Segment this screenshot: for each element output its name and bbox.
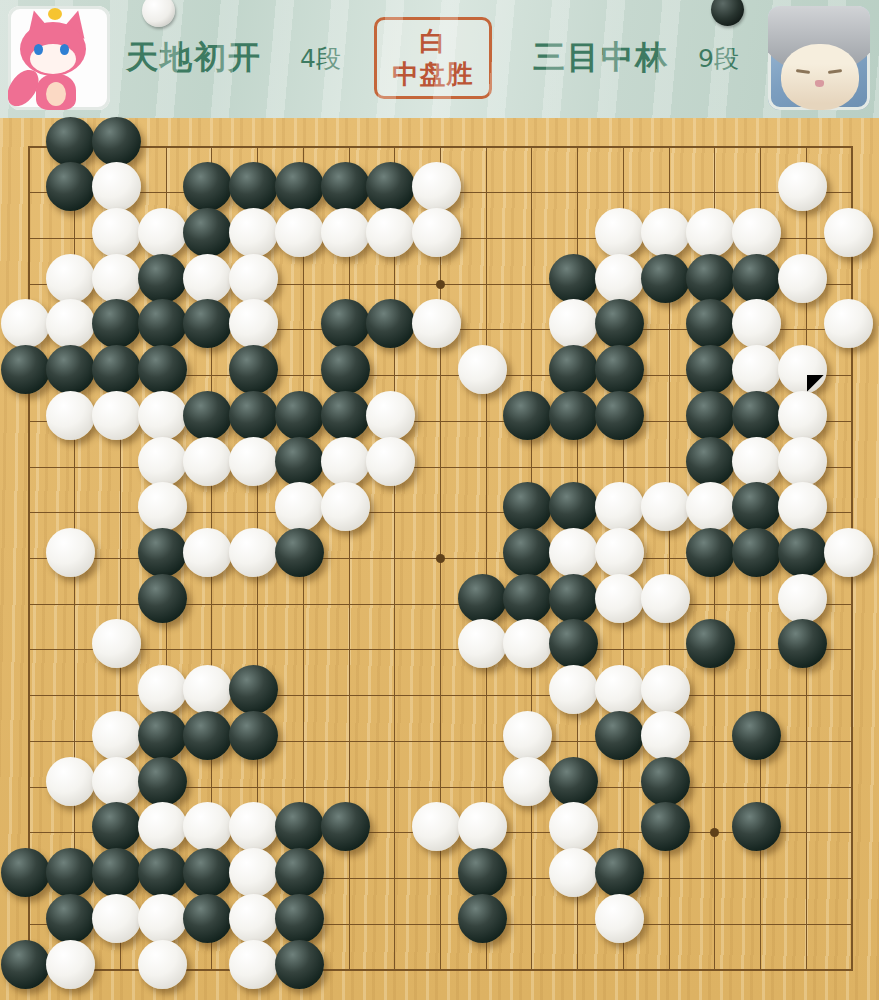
black-stone-icon (711, 0, 744, 26)
result-badge: 白 中盘胜 (374, 17, 492, 99)
white-stone[interactable] (183, 665, 232, 714)
black-stone[interactable] (458, 848, 507, 897)
black-stone[interactable] (732, 802, 781, 851)
black-stone[interactable] (549, 482, 598, 531)
white-stone[interactable] (412, 802, 461, 851)
black-stone[interactable] (732, 482, 781, 531)
white-stone[interactable] (458, 345, 507, 394)
white-stone[interactable] (595, 894, 644, 943)
black-stone[interactable] (549, 757, 598, 806)
black-stone[interactable] (458, 574, 507, 623)
black-stone[interactable] (46, 345, 95, 394)
black-stone[interactable] (138, 574, 187, 623)
left-player-avatar[interactable] (8, 6, 110, 110)
white-stone[interactable] (412, 162, 461, 211)
black-stone[interactable] (503, 391, 552, 440)
white-stone[interactable] (229, 208, 278, 257)
star-point (436, 554, 445, 563)
white-stone[interactable] (138, 482, 187, 531)
white-stone[interactable] (275, 208, 324, 257)
black-stone[interactable] (686, 391, 735, 440)
black-stone[interactable] (46, 894, 95, 943)
white-stone[interactable] (412, 208, 461, 257)
white-stone[interactable] (92, 254, 141, 303)
black-stone[interactable] (138, 757, 187, 806)
black-stone[interactable] (686, 437, 735, 486)
white-stone[interactable] (366, 437, 415, 486)
black-stone[interactable] (229, 665, 278, 714)
black-stone[interactable] (275, 437, 324, 486)
white-stone[interactable] (46, 528, 95, 577)
result-badge-line1: 白 (420, 25, 447, 58)
black-stone[interactable] (138, 848, 187, 897)
black-stone[interactable] (1, 940, 50, 989)
white-stone[interactable] (595, 482, 644, 531)
black-stone[interactable] (503, 528, 552, 577)
right-player-avatar[interactable] (768, 6, 870, 110)
white-stone[interactable] (595, 665, 644, 714)
black-stone[interactable] (183, 391, 232, 440)
black-stone[interactable] (778, 528, 827, 577)
white-stone[interactable] (549, 528, 598, 577)
go-board[interactable] (0, 118, 879, 1000)
black-stone[interactable] (595, 391, 644, 440)
black-stone[interactable] (321, 162, 370, 211)
black-stone[interactable] (183, 711, 232, 760)
black-stone[interactable] (138, 528, 187, 577)
black-stone[interactable] (458, 894, 507, 943)
black-stone[interactable] (138, 345, 187, 394)
white-stone[interactable] (458, 802, 507, 851)
white-stone[interactable] (183, 528, 232, 577)
top-bar: 天地初开 4段 白 中盘胜 三目中林 9段 (0, 0, 879, 118)
right-player-rank: 9段 (698, 42, 739, 75)
black-stone[interactable] (229, 345, 278, 394)
white-stone[interactable] (641, 482, 690, 531)
white-stone[interactable] (229, 528, 278, 577)
white-stone[interactable] (732, 437, 781, 486)
black-stone[interactable] (92, 802, 141, 851)
left-player-rank: 4段 (300, 42, 341, 75)
white-stone[interactable] (778, 482, 827, 531)
black-stone[interactable] (92, 345, 141, 394)
black-stone[interactable] (686, 619, 735, 668)
black-stone[interactable] (321, 299, 370, 348)
white-stone[interactable] (138, 894, 187, 943)
white-stone[interactable] (412, 299, 461, 348)
black-stone[interactable] (595, 711, 644, 760)
white-stone[interactable] (183, 254, 232, 303)
left-player-name: 天地初开 (126, 36, 262, 80)
black-stone[interactable] (46, 162, 95, 211)
white-stone[interactable] (229, 802, 278, 851)
white-stone[interactable] (503, 619, 552, 668)
black-stone[interactable] (46, 848, 95, 897)
white-stone[interactable] (138, 437, 187, 486)
white-stone[interactable] (778, 162, 827, 211)
white-stone[interactable] (503, 757, 552, 806)
black-stone[interactable] (183, 162, 232, 211)
white-stone[interactable] (46, 940, 95, 989)
white-stone[interactable] (46, 757, 95, 806)
white-stone[interactable] (92, 711, 141, 760)
black-stone[interactable] (503, 574, 552, 623)
white-stone[interactable] (229, 848, 278, 897)
white-stone[interactable] (595, 208, 644, 257)
white-stone[interactable] (732, 299, 781, 348)
white-stone[interactable] (138, 391, 187, 440)
white-stone[interactable] (92, 894, 141, 943)
white-stone[interactable] (778, 437, 827, 486)
white-stone[interactable] (778, 254, 827, 303)
black-stone[interactable] (183, 208, 232, 257)
black-stone[interactable] (92, 299, 141, 348)
white-stone[interactable] (641, 208, 690, 257)
black-stone[interactable] (229, 711, 278, 760)
result-badge-line2: 中盘胜 (393, 58, 474, 91)
white-stone[interactable] (549, 802, 598, 851)
white-stone[interactable] (321, 208, 370, 257)
black-stone[interactable] (732, 528, 781, 577)
right-player-name: 三目中林 (533, 36, 669, 80)
black-stone[interactable] (366, 162, 415, 211)
white-stone[interactable] (549, 299, 598, 348)
black-stone[interactable] (366, 299, 415, 348)
white-stone[interactable] (138, 665, 187, 714)
black-stone[interactable] (138, 299, 187, 348)
black-stone[interactable] (641, 757, 690, 806)
white-stone[interactable] (595, 528, 644, 577)
white-stone[interactable] (229, 437, 278, 486)
black-stone[interactable] (183, 299, 232, 348)
black-stone[interactable] (732, 711, 781, 760)
black-stone[interactable] (275, 894, 324, 943)
star-point (436, 280, 445, 289)
black-stone[interactable] (229, 162, 278, 211)
black-stone[interactable] (92, 117, 141, 166)
black-stone[interactable] (549, 391, 598, 440)
black-stone[interactable] (686, 299, 735, 348)
black-stone[interactable] (595, 848, 644, 897)
white-stone[interactable] (732, 208, 781, 257)
white-stone[interactable] (138, 208, 187, 257)
white-stone[interactable] (824, 208, 873, 257)
white-stone[interactable] (229, 299, 278, 348)
white-stone[interactable] (92, 619, 141, 668)
white-stone[interactable] (366, 208, 415, 257)
black-stone[interactable] (549, 254, 598, 303)
black-stone[interactable] (641, 802, 690, 851)
black-stone[interactable] (46, 117, 95, 166)
white-stone[interactable] (732, 345, 781, 394)
white-stone[interactable] (458, 619, 507, 668)
black-stone[interactable] (275, 802, 324, 851)
star-point (710, 828, 719, 837)
white-stone[interactable] (686, 208, 735, 257)
white-stone[interactable] (686, 482, 735, 531)
white-stone[interactable] (1, 299, 50, 348)
white-stone[interactable] (366, 391, 415, 440)
white-stone[interactable] (641, 665, 690, 714)
white-stone[interactable] (321, 482, 370, 531)
black-stone[interactable] (686, 528, 735, 577)
white-stone[interactable] (92, 757, 141, 806)
white-stone[interactable] (824, 299, 873, 348)
black-stone[interactable] (1, 345, 50, 394)
black-stone[interactable] (686, 254, 735, 303)
black-stone[interactable] (321, 391, 370, 440)
white-stone[interactable] (183, 802, 232, 851)
white-stone[interactable] (549, 848, 598, 897)
white-stone[interactable] (46, 254, 95, 303)
white-stone[interactable] (46, 299, 95, 348)
white-stone[interactable] (92, 208, 141, 257)
black-stone[interactable] (595, 345, 644, 394)
black-stone[interactable] (641, 254, 690, 303)
black-stone[interactable] (275, 848, 324, 897)
white-stone[interactable] (641, 711, 690, 760)
white-stone[interactable] (641, 574, 690, 623)
white-stone[interactable] (138, 940, 187, 989)
black-stone[interactable] (275, 162, 324, 211)
white-stone[interactable] (229, 894, 278, 943)
white-stone[interactable] (138, 802, 187, 851)
black-stone[interactable] (549, 345, 598, 394)
white-stone[interactable] (275, 482, 324, 531)
black-stone[interactable] (503, 482, 552, 531)
white-stone[interactable] (595, 574, 644, 623)
white-stone[interactable] (229, 254, 278, 303)
go-app-screen: 天地初开 4段 白 中盘胜 三目中林 9段 (0, 0, 879, 1000)
white-stone[interactable] (503, 711, 552, 760)
white-stone[interactable] (549, 665, 598, 714)
white-stone[interactable] (46, 391, 95, 440)
black-stone[interactable] (92, 848, 141, 897)
white-stone[interactable] (824, 528, 873, 577)
last-move-marker-icon (807, 375, 824, 392)
black-stone[interactable] (549, 574, 598, 623)
black-stone[interactable] (778, 619, 827, 668)
black-stone[interactable] (321, 802, 370, 851)
black-stone[interactable] (732, 254, 781, 303)
black-stone[interactable] (321, 345, 370, 394)
black-stone[interactable] (138, 711, 187, 760)
white-stone[interactable] (183, 437, 232, 486)
white-stone[interactable] (778, 391, 827, 440)
white-stone[interactable] (229, 940, 278, 989)
white-stone[interactable] (778, 345, 827, 394)
black-stone[interactable] (1, 848, 50, 897)
black-stone[interactable] (275, 391, 324, 440)
black-stone[interactable] (275, 528, 324, 577)
white-stone[interactable] (92, 162, 141, 211)
black-stone[interactable] (183, 894, 232, 943)
white-stone[interactable] (92, 391, 141, 440)
white-stone[interactable] (595, 254, 644, 303)
black-stone[interactable] (732, 391, 781, 440)
white-stone[interactable] (321, 437, 370, 486)
black-stone[interactable] (183, 848, 232, 897)
black-stone[interactable] (549, 619, 598, 668)
black-stone[interactable] (138, 254, 187, 303)
white-stone-icon (142, 0, 175, 27)
black-stone[interactable] (595, 299, 644, 348)
white-stone[interactable] (778, 574, 827, 623)
black-stone[interactable] (275, 940, 324, 989)
black-stone[interactable] (229, 391, 278, 440)
black-stone[interactable] (686, 345, 735, 394)
